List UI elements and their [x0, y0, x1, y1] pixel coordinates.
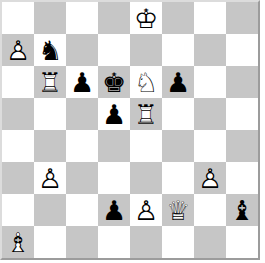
- square-c1[interactable]: [66, 226, 98, 258]
- piece-glyph-outline: ♖: [130, 99, 162, 131]
- chess-board: ♚♔♟♙♞♜♖♟♚♞♘♟♟♜♖♟♙♟♙♟♟♙♛♕♝♝♗: [0, 0, 260, 260]
- square-a8[interactable]: [2, 2, 34, 34]
- square-a6[interactable]: [2, 66, 34, 98]
- square-h6[interactable]: [226, 66, 258, 98]
- piece-glyph-outline: ♗: [2, 227, 34, 259]
- square-g7[interactable]: [194, 34, 226, 66]
- piece-glyph-fill: ♝: [2, 227, 34, 259]
- square-b7[interactable]: ♞: [34, 34, 66, 66]
- square-f3[interactable]: [162, 162, 194, 194]
- chess-diagram: ♚♔♟♙♞♜♖♟♚♞♘♟♟♜♖♟♙♟♙♟♟♙♛♕♝♝♗: [0, 0, 265, 263]
- square-e5[interactable]: ♜♖: [130, 98, 162, 130]
- square-b3[interactable]: ♟♙: [34, 162, 66, 194]
- piece-glyph-outline: ♙: [130, 195, 162, 227]
- square-g2[interactable]: [194, 194, 226, 226]
- piece-glyph-fill: ♚: [130, 3, 162, 35]
- square-d3[interactable]: [98, 162, 130, 194]
- square-c8[interactable]: [66, 2, 98, 34]
- square-f1[interactable]: [162, 226, 194, 258]
- piece-glyph-fill: ♚: [98, 67, 130, 99]
- square-f7[interactable]: [162, 34, 194, 66]
- square-h3[interactable]: [226, 162, 258, 194]
- square-e3[interactable]: [130, 162, 162, 194]
- square-h8[interactable]: [226, 2, 258, 34]
- square-f8[interactable]: [162, 2, 194, 34]
- square-h1[interactable]: [226, 226, 258, 258]
- square-b8[interactable]: [34, 2, 66, 34]
- square-g8[interactable]: [194, 2, 226, 34]
- square-f5[interactable]: [162, 98, 194, 130]
- piece-glyph-outline: ♙: [2, 35, 34, 67]
- square-b6[interactable]: ♜♖: [34, 66, 66, 98]
- square-d4[interactable]: [98, 130, 130, 162]
- piece-glyph-fill: ♟: [66, 67, 98, 99]
- square-c2[interactable]: [66, 194, 98, 226]
- square-g6[interactable]: [194, 66, 226, 98]
- square-f6[interactable]: ♟: [162, 66, 194, 98]
- square-f2[interactable]: ♛♕: [162, 194, 194, 226]
- square-e2[interactable]: ♟♙: [130, 194, 162, 226]
- square-d2[interactable]: ♟: [98, 194, 130, 226]
- square-c4[interactable]: [66, 130, 98, 162]
- square-g5[interactable]: [194, 98, 226, 130]
- piece-glyph-outline: ♕: [162, 195, 194, 227]
- square-d1[interactable]: [98, 226, 130, 258]
- square-b5[interactable]: [34, 98, 66, 130]
- square-c3[interactable]: [66, 162, 98, 194]
- piece-glyph-fill: ♟: [130, 195, 162, 227]
- square-b2[interactable]: [34, 194, 66, 226]
- square-h2[interactable]: ♝: [226, 194, 258, 226]
- piece-glyph-fill: ♟: [194, 163, 226, 195]
- square-e7[interactable]: [130, 34, 162, 66]
- square-e1[interactable]: [130, 226, 162, 258]
- square-e4[interactable]: [130, 130, 162, 162]
- piece-glyph-outline: ♙: [194, 163, 226, 195]
- square-g1[interactable]: [194, 226, 226, 258]
- square-d6[interactable]: ♚: [98, 66, 130, 98]
- square-b1[interactable]: [34, 226, 66, 258]
- square-h4[interactable]: [226, 130, 258, 162]
- piece-glyph-fill: ♟: [98, 195, 130, 227]
- piece-glyph-outline: ♔: [130, 3, 162, 35]
- square-h7[interactable]: [226, 34, 258, 66]
- piece-glyph-fill: ♞: [34, 35, 66, 67]
- square-b4[interactable]: [34, 130, 66, 162]
- square-c7[interactable]: [66, 34, 98, 66]
- square-g3[interactable]: ♟♙: [194, 162, 226, 194]
- piece-glyph-outline: ♖: [34, 67, 66, 99]
- square-a4[interactable]: [2, 130, 34, 162]
- square-a7[interactable]: ♟♙: [2, 34, 34, 66]
- piece-glyph-outline: ♙: [34, 163, 66, 195]
- piece-glyph-fill: ♟: [162, 67, 194, 99]
- square-c6[interactable]: ♟: [66, 66, 98, 98]
- square-e8[interactable]: ♚♔: [130, 2, 162, 34]
- square-c5[interactable]: [66, 98, 98, 130]
- square-e6[interactable]: ♞♘: [130, 66, 162, 98]
- square-a3[interactable]: [2, 162, 34, 194]
- piece-glyph-fill: ♟: [34, 163, 66, 195]
- square-d8[interactable]: [98, 2, 130, 34]
- piece-glyph-fill: ♞: [130, 67, 162, 99]
- square-d7[interactable]: [98, 34, 130, 66]
- piece-glyph-fill: ♜: [34, 67, 66, 99]
- piece-glyph-fill: ♜: [130, 99, 162, 131]
- piece-glyph-fill: ♛: [162, 195, 194, 227]
- piece-glyph-outline: ♘: [130, 67, 162, 99]
- square-d5[interactable]: ♟: [98, 98, 130, 130]
- square-a2[interactable]: [2, 194, 34, 226]
- square-f4[interactable]: [162, 130, 194, 162]
- piece-glyph-fill: ♟: [98, 99, 130, 131]
- square-a1[interactable]: ♝♗: [2, 226, 34, 258]
- piece-glyph-fill: ♟: [2, 35, 34, 67]
- square-h5[interactable]: [226, 98, 258, 130]
- piece-glyph-fill: ♝: [226, 195, 258, 227]
- square-a5[interactable]: [2, 98, 34, 130]
- square-g4[interactable]: [194, 130, 226, 162]
